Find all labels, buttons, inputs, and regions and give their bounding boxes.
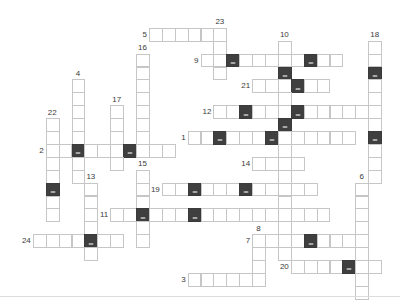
clue-number-9-across: 9	[179, 56, 199, 65]
space-dash	[282, 75, 287, 77]
letter-cell-16-14[interactable]	[213, 183, 227, 197]
letter-cell-28-4[interactable]	[368, 54, 382, 68]
clue-number-16-down: 16	[132, 43, 152, 52]
letter-cell-14-10[interactable]	[188, 131, 202, 145]
letter-cell-10-10[interactable]	[136, 131, 150, 145]
letter-cell-19-21[interactable]	[252, 273, 266, 287]
letter-cell-19-14[interactable]	[252, 183, 266, 197]
letter-cell-26-18[interactable]	[342, 234, 356, 248]
clue-number-6-down: 6	[352, 172, 372, 181]
letter-cell-27-22[interactable]	[355, 286, 369, 300]
crossword-board: 592112121419112472032310181641722151368	[0, 0, 400, 300]
letter-cell-24-8[interactable]	[317, 105, 331, 119]
space-dash	[295, 88, 300, 90]
space-dash	[192, 191, 197, 193]
clue-number-12-across: 12	[191, 107, 211, 116]
space-dash	[347, 268, 352, 270]
space-cell-10-16[interactable]	[136, 208, 150, 222]
space-cell-26-20[interactable]	[342, 260, 356, 274]
clue-number-15-down: 15	[132, 159, 152, 168]
clue-number-18-down: 18	[365, 30, 385, 39]
letter-cell-5-8[interactable]	[72, 105, 86, 119]
letter-cell-8-11[interactable]	[110, 144, 124, 158]
letter-cell-3-18[interactable]	[46, 234, 60, 248]
letter-cell-5-9[interactable]	[72, 118, 86, 132]
letter-cell-13-2[interactable]	[175, 28, 189, 42]
letter-cell-19-16[interactable]	[252, 208, 266, 222]
letter-cell-28-9[interactable]	[368, 118, 382, 132]
space-dash	[244, 191, 249, 193]
space-dash	[373, 75, 378, 77]
clue-number-2-across: 2	[24, 146, 44, 155]
letter-cell-27-15[interactable]	[355, 196, 369, 210]
letter-cell-3-13[interactable]	[46, 170, 60, 184]
letter-cell-25-18[interactable]	[330, 234, 344, 248]
space-dash	[128, 152, 133, 154]
letter-cell-28-6[interactable]	[368, 79, 382, 93]
letter-cell-20-8[interactable]	[265, 105, 279, 119]
letter-cell-21-4[interactable]	[278, 54, 292, 68]
letter-cell-18-4[interactable]	[239, 54, 253, 68]
space-dash	[244, 114, 249, 116]
letter-cell-17-21[interactable]	[226, 273, 240, 287]
letter-cell-15-2[interactable]	[201, 28, 215, 42]
letter-cell-13-16[interactable]	[175, 208, 189, 222]
clue-number-23-down: 23	[210, 17, 230, 26]
letter-cell-20-4[interactable]	[265, 54, 279, 68]
space-cell-14-16[interactable]	[188, 208, 202, 222]
letter-cell-21-14[interactable]	[278, 183, 292, 197]
letter-cell-21-11[interactable]	[278, 144, 292, 158]
clue-number-5-across: 5	[127, 30, 147, 39]
letter-cell-10-17[interactable]	[136, 221, 150, 235]
letter-cell-20-14[interactable]	[265, 183, 279, 197]
letter-cell-8-10[interactable]	[110, 131, 124, 145]
clue-number-1-across: 1	[166, 133, 186, 142]
clue-number-3-across: 3	[166, 275, 186, 284]
letter-cell-11-2[interactable]	[149, 28, 163, 42]
letter-cell-19-10[interactable]	[252, 131, 266, 145]
space-cell-28-5[interactable]	[368, 67, 382, 81]
space-cell-23-18[interactable]	[304, 234, 318, 248]
letter-cell-16-4[interactable]	[213, 54, 227, 68]
space-cell-16-10[interactable]	[213, 131, 227, 145]
letter-cell-26-8[interactable]	[342, 105, 356, 119]
letter-cell-6-14[interactable]	[84, 183, 98, 197]
clue-number-21-across: 21	[230, 81, 250, 90]
letter-cell-15-10[interactable]	[201, 131, 215, 145]
letter-cell-22-12[interactable]	[291, 157, 305, 171]
letter-cell-21-19[interactable]	[278, 247, 292, 261]
letter-cell-3-16[interactable]	[46, 208, 60, 222]
letter-cell-9-16[interactable]	[123, 208, 137, 222]
letter-cell-16-21[interactable]	[213, 273, 227, 287]
letter-cell-5-18[interactable]	[72, 234, 86, 248]
letter-cell-12-14[interactable]	[162, 183, 176, 197]
letter-cell-7-18[interactable]	[97, 234, 111, 248]
letter-cell-21-7[interactable]	[278, 92, 292, 106]
letter-cell-10-13[interactable]	[136, 170, 150, 184]
space-dash	[295, 114, 300, 116]
letter-cell-27-17[interactable]	[355, 221, 369, 235]
space-cell-21-5[interactable]	[278, 67, 292, 81]
letter-cell-24-10[interactable]	[317, 131, 331, 145]
letter-cell-20-16[interactable]	[265, 208, 279, 222]
letter-cell-23-20[interactable]	[304, 260, 318, 274]
letter-cell-3-9[interactable]	[46, 118, 60, 132]
space-cell-17-4[interactable]	[226, 54, 240, 68]
letter-cell-10-4[interactable]	[136, 54, 150, 68]
letter-cell-16-16[interactable]	[213, 208, 227, 222]
space-cell-22-8[interactable]	[291, 105, 305, 119]
letter-cell-26-10[interactable]	[342, 131, 356, 145]
letter-cell-25-8[interactable]	[330, 105, 344, 119]
letter-cell-24-18[interactable]	[317, 234, 331, 248]
letter-cell-28-8[interactable]	[368, 105, 382, 119]
letter-cell-5-12[interactable]	[72, 157, 86, 171]
letter-cell-23-10[interactable]	[304, 131, 318, 145]
letter-cell-10-7[interactable]	[136, 92, 150, 106]
letter-cell-15-21[interactable]	[201, 273, 215, 287]
letter-cell-3-11[interactable]	[46, 144, 60, 158]
space-cell-28-10[interactable]	[368, 131, 382, 145]
letter-cell-17-10[interactable]	[226, 131, 240, 145]
letter-cell-17-16[interactable]	[226, 208, 240, 222]
letter-cell-27-20[interactable]	[355, 260, 369, 274]
letter-cell-6-19[interactable]	[84, 247, 98, 261]
letter-cell-19-12[interactable]	[252, 157, 266, 171]
space-cell-22-6[interactable]	[291, 79, 305, 93]
letter-cell-15-4[interactable]	[201, 54, 215, 68]
letter-cell-25-10[interactable]	[330, 131, 344, 145]
letter-cell-4-18[interactable]	[59, 234, 73, 248]
letter-cell-12-2[interactable]	[162, 28, 176, 42]
letter-cell-23-14[interactable]	[304, 183, 318, 197]
letter-cell-10-8[interactable]	[136, 105, 150, 119]
letter-cell-24-6[interactable]	[317, 79, 331, 93]
space-cell-18-8[interactable]	[239, 105, 253, 119]
letter-cell-22-20[interactable]	[291, 260, 305, 274]
letter-cell-24-20[interactable]	[317, 260, 331, 274]
letter-cell-21-16[interactable]	[278, 208, 292, 222]
letter-cell-12-16[interactable]	[162, 208, 176, 222]
space-cell-3-14[interactable]	[46, 183, 60, 197]
space-cell-9-11[interactable]	[123, 144, 137, 158]
letter-cell-23-6[interactable]	[304, 79, 318, 93]
letter-cell-12-11[interactable]	[162, 144, 176, 158]
clue-number-19-across: 19	[140, 185, 160, 194]
letter-cell-18-16[interactable]	[239, 208, 253, 222]
letter-cell-20-18[interactable]	[265, 234, 279, 248]
letter-cell-7-11[interactable]	[97, 144, 111, 158]
frame-bottom-line	[0, 296, 400, 297]
letter-cell-19-6[interactable]	[252, 79, 266, 93]
clue-number-13-down: 13	[81, 172, 101, 181]
letter-cell-21-6[interactable]	[278, 79, 292, 93]
space-dash	[308, 243, 313, 245]
letter-cell-28-20[interactable]	[368, 260, 382, 274]
clue-number-22-down: 22	[42, 108, 62, 117]
space-dash	[282, 126, 287, 128]
letter-cell-10-18[interactable]	[136, 234, 150, 248]
letter-cell-6-15[interactable]	[84, 196, 98, 210]
space-cell-6-18[interactable]	[84, 234, 98, 248]
letter-cell-10-15[interactable]	[136, 196, 150, 210]
letter-cell-13-14[interactable]	[175, 183, 189, 197]
letter-cell-21-3[interactable]	[278, 41, 292, 55]
letter-cell-21-17[interactable]	[278, 221, 292, 235]
letter-cell-17-8[interactable]	[226, 105, 240, 119]
clue-number-20-across: 20	[269, 262, 289, 271]
letter-cell-6-11[interactable]	[84, 144, 98, 158]
letter-cell-3-12[interactable]	[46, 157, 60, 171]
letter-cell-11-16[interactable]	[149, 208, 163, 222]
letter-cell-2-18[interactable]	[33, 234, 47, 248]
letter-cell-23-8[interactable]	[304, 105, 318, 119]
space-dash	[140, 217, 145, 219]
space-cell-18-14[interactable]	[239, 183, 253, 197]
letter-cell-14-21[interactable]	[188, 273, 202, 287]
letter-cell-27-16[interactable]	[355, 208, 369, 222]
letter-cell-18-10[interactable]	[239, 131, 253, 145]
letter-cell-5-10[interactable]	[72, 131, 86, 145]
letter-cell-16-8[interactable]	[213, 105, 227, 119]
letter-cell-16-2[interactable]	[213, 28, 227, 42]
letter-cell-27-14[interactable]	[355, 183, 369, 197]
letter-cell-28-7[interactable]	[368, 92, 382, 106]
space-cell-21-9[interactable]	[278, 118, 292, 132]
letter-cell-19-19[interactable]	[252, 247, 266, 261]
space-dash	[76, 152, 81, 154]
letter-cell-27-19[interactable]	[355, 247, 369, 261]
space-dash	[192, 217, 197, 219]
letter-cell-23-16[interactable]	[304, 208, 318, 222]
clue-number-14-across: 14	[230, 159, 250, 168]
letter-cell-16-3[interactable]	[213, 41, 227, 55]
letter-cell-16-5[interactable]	[213, 67, 227, 81]
letter-cell-10-11[interactable]	[136, 144, 150, 158]
letter-cell-28-3[interactable]	[368, 41, 382, 55]
clue-number-8-down: 8	[249, 224, 269, 233]
letter-cell-25-4[interactable]	[330, 54, 344, 68]
space-cell-23-4[interactable]	[304, 54, 318, 68]
letter-cell-25-20[interactable]	[330, 260, 344, 274]
letter-cell-11-11[interactable]	[149, 144, 163, 158]
letter-cell-22-4[interactable]	[291, 54, 305, 68]
clue-number-7-across: 7	[230, 236, 250, 245]
letter-cell-27-18[interactable]	[355, 234, 369, 248]
space-cell-5-11[interactable]	[72, 144, 86, 158]
clue-number-17-down: 17	[107, 95, 127, 104]
letter-cell-21-8[interactable]	[278, 105, 292, 119]
letter-cell-5-7[interactable]	[72, 92, 86, 106]
space-dash	[373, 139, 378, 141]
letter-cell-19-4[interactable]	[252, 54, 266, 68]
letter-cell-28-11[interactable]	[368, 144, 382, 158]
letter-cell-19-18[interactable]	[252, 234, 266, 248]
letter-cell-22-18[interactable]	[291, 234, 305, 248]
letter-cell-22-10[interactable]	[291, 131, 305, 145]
letter-cell-22-16[interactable]	[291, 208, 305, 222]
letter-cell-8-12[interactable]	[110, 157, 124, 171]
letter-cell-19-8[interactable]	[252, 105, 266, 119]
letter-cell-3-10[interactable]	[46, 131, 60, 145]
letter-cell-10-9[interactable]	[136, 118, 150, 132]
letter-cell-27-21[interactable]	[355, 273, 369, 287]
space-dash	[89, 243, 94, 245]
space-cell-14-14[interactable]	[188, 183, 202, 197]
space-dash	[269, 139, 274, 141]
letter-cell-14-2[interactable]	[188, 28, 202, 42]
letter-cell-24-16[interactable]	[317, 208, 331, 222]
clue-number-24-across: 24	[11, 236, 31, 245]
letter-cell-24-4[interactable]	[317, 54, 331, 68]
clue-number-4-down: 4	[68, 69, 88, 78]
letter-cell-8-8[interactable]	[110, 105, 124, 119]
space-dash	[50, 191, 55, 193]
letter-cell-10-5[interactable]	[136, 67, 150, 81]
clue-number-11-across: 11	[88, 210, 108, 219]
letter-cell-8-18[interactable]	[110, 234, 124, 248]
space-dash	[218, 139, 223, 141]
letter-cell-27-8[interactable]	[355, 105, 369, 119]
letter-cell-8-16[interactable]	[110, 208, 124, 222]
space-dash	[308, 62, 313, 64]
letter-cell-5-6[interactable]	[72, 79, 86, 93]
letter-cell-17-14[interactable]	[226, 183, 240, 197]
letter-cell-21-15[interactable]	[278, 196, 292, 210]
letter-cell-21-18[interactable]	[278, 234, 292, 248]
letter-cell-20-6[interactable]	[265, 79, 279, 93]
letter-cell-4-11[interactable]	[59, 144, 73, 158]
letter-cell-6-17[interactable]	[84, 221, 98, 235]
letter-cell-8-9[interactable]	[110, 118, 124, 132]
space-dash	[231, 62, 236, 64]
space-cell-20-10[interactable]	[265, 131, 279, 145]
clue-number-10-down: 10	[274, 30, 294, 39]
letter-cell-20-12[interactable]	[265, 157, 279, 171]
letter-cell-18-21[interactable]	[239, 273, 253, 287]
letter-cell-22-14[interactable]	[291, 183, 305, 197]
letter-cell-21-12[interactable]	[278, 157, 292, 171]
letter-cell-21-13[interactable]	[278, 170, 292, 184]
letter-cell-10-6[interactable]	[136, 79, 150, 93]
letter-cell-15-14[interactable]	[201, 183, 215, 197]
letter-cell-21-10[interactable]	[278, 131, 292, 145]
letter-cell-15-16[interactable]	[201, 208, 215, 222]
letter-cell-28-12[interactable]	[368, 157, 382, 171]
letter-cell-3-15[interactable]	[46, 196, 60, 210]
letter-cell-19-20[interactable]	[252, 260, 266, 274]
